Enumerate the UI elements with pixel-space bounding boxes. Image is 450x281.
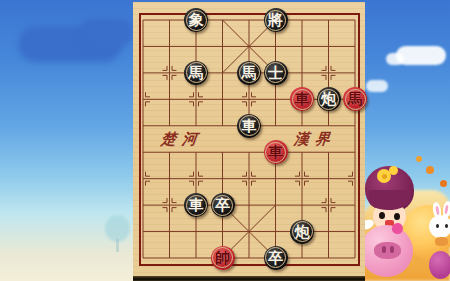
piece-character: 帥 (215, 250, 230, 266)
piece-character: 炮 (321, 91, 336, 107)
tree-silhouette (105, 215, 130, 242)
magenta-balloon (429, 251, 450, 279)
river-label-han: 漢界 (293, 130, 353, 150)
piece-black-advisor[interactable]: 士 (264, 61, 288, 85)
pig-snout (374, 242, 401, 259)
white-cloud (396, 46, 446, 65)
tree-trunk (116, 239, 119, 252)
piece-red-general[interactable]: 帥 (211, 246, 235, 270)
mascot-girl-eye (379, 212, 385, 219)
hair-flower-center (382, 174, 387, 179)
piece-character: 車 (268, 144, 283, 160)
piece-black-elephant[interactable]: 象 (184, 8, 208, 32)
pig-nostril (390, 246, 394, 253)
piece-character: 象 (189, 12, 204, 28)
piece-black-chariot[interactable]: 車 (184, 193, 208, 217)
rabbit-bib (435, 237, 448, 246)
piece-character: 車 (189, 197, 204, 213)
hair-flower (389, 166, 398, 175)
piece-character: 車 (242, 118, 257, 134)
piece-character: 士 (268, 65, 283, 81)
flower-dot (416, 156, 422, 162)
piece-black-horse[interactable]: 馬 (237, 61, 261, 85)
flower-dot (440, 180, 447, 187)
piece-character: 馬 (189, 65, 204, 81)
rabbit-eye (445, 224, 448, 228)
piece-black-chariot[interactable]: 車 (237, 114, 261, 138)
white-cloud (386, 53, 404, 65)
piece-character: 炮 (295, 224, 310, 240)
piece-character: 卒 (268, 250, 283, 266)
piece-black-soldier[interactable]: 卒 (211, 193, 235, 217)
white-cloud (366, 80, 388, 92)
piece-black-horse[interactable]: 馬 (184, 61, 208, 85)
mascot-girl-eye (394, 213, 400, 220)
mascot-scene (358, 150, 450, 281)
river-label-chu: 楚河 (160, 130, 220, 150)
piece-character: 馬 (348, 91, 363, 107)
rabbit-eye (436, 224, 439, 228)
piece-black-general[interactable]: 將 (264, 8, 288, 32)
piece-black-cannon[interactable]: 炮 (317, 87, 341, 111)
dark-cloud (80, 18, 134, 46)
piece-character: 卒 (215, 197, 230, 213)
piece-black-cannon[interactable]: 炮 (290, 220, 314, 244)
pig-nostril (382, 246, 386, 253)
piece-character: 將 (268, 12, 283, 28)
piece-character: 馬 (242, 65, 257, 81)
flower-dot (426, 166, 434, 174)
piece-black-soldier[interactable]: 卒 (264, 246, 288, 270)
piece-red-chariot[interactable]: 車 (264, 140, 288, 164)
piece-character: 車 (295, 91, 310, 107)
board-bottom-shadow (133, 276, 365, 281)
